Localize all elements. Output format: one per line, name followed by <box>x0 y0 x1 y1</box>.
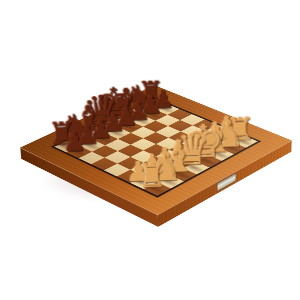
square-a5[interactable] <box>91 158 117 171</box>
perspective-scene: ♜♞♝♛♚♝♞♜♟♟♟♟♟♟♟♟♟♟♟♟♟♟♟♟♜♞♝♛♚♝♞♜ <box>0 0 300 300</box>
piece-black-pawn-a7[interactable]: ♟ <box>53 101 95 155</box>
chess-board-3d: ♜♞♝♛♚♝♞♜♟♟♟♟♟♟♟♟♟♟♟♟♟♟♟♟♜♞♝♛♚♝♞♜ <box>20 85 291 215</box>
product-photo: ♜♞♝♛♚♝♞♜♟♟♟♟♟♟♟♟♟♟♟♟♟♟♟♟♜♞♝♛♚♝♞♜ <box>0 0 300 300</box>
piece-white-rook-a1[interactable]: ♜ <box>130 135 174 192</box>
